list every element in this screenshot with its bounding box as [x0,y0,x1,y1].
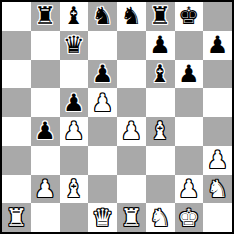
piece-white-pawn: ♟ [63,119,85,143]
piece-black-pawn: ♟ [92,62,114,86]
square-f5[interactable] [146,88,175,117]
square-f1[interactable]: ♞ [146,203,175,232]
piece-black-pawn: ♟ [63,91,85,115]
square-b3[interactable] [31,146,60,175]
square-c1[interactable] [60,203,89,232]
square-c6[interactable] [60,60,89,89]
square-a5[interactable] [2,88,31,117]
square-c4[interactable]: ♟ [60,117,89,146]
square-h6[interactable] [203,60,232,89]
square-e1[interactable]: ♜ [117,203,146,232]
square-d3[interactable] [88,146,117,175]
piece-black-knight: ♞ [121,4,143,28]
piece-white-queen: ♛ [92,206,114,230]
square-h1[interactable] [203,203,232,232]
square-a1[interactable]: ♜ [2,203,31,232]
square-b2[interactable]: ♟ [31,175,60,204]
piece-white-pawn: ♟ [121,119,143,143]
square-g2[interactable]: ♟ [175,175,204,204]
square-f6[interactable]: ♝ [146,60,175,89]
chess-diagram: ♜♝♞♞♜♚♛♟♟♟♝♟♟♟♟♟♟♝♟♟♝♟♞♜♛♜♞♚ [0,0,234,234]
piece-black-pawn: ♟ [34,119,56,143]
square-g4[interactable] [175,117,204,146]
square-b6[interactable] [31,60,60,89]
square-h2[interactable]: ♞ [203,175,232,204]
square-e2[interactable] [117,175,146,204]
square-g1[interactable]: ♚ [175,203,204,232]
square-b7[interactable] [31,31,60,60]
piece-black-pawn: ♟ [149,33,171,57]
piece-white-pawn: ♟ [34,177,56,201]
square-e6[interactable] [117,60,146,89]
piece-black-rook: ♜ [34,4,56,28]
square-h3[interactable]: ♟ [203,146,232,175]
square-d5[interactable]: ♟ [88,88,117,117]
square-h7[interactable]: ♟ [203,31,232,60]
piece-white-king: ♚ [178,206,200,230]
square-d6[interactable]: ♟ [88,60,117,89]
square-h4[interactable] [203,117,232,146]
square-f4[interactable]: ♝ [146,117,175,146]
square-a2[interactable] [2,175,31,204]
piece-black-pawn: ♟ [207,33,229,57]
square-b8[interactable]: ♜ [31,2,60,31]
square-a4[interactable] [2,117,31,146]
piece-white-knight: ♞ [207,177,229,201]
piece-black-queen: ♛ [63,33,85,57]
square-h8[interactable] [203,2,232,31]
square-d1[interactable]: ♛ [88,203,117,232]
square-b1[interactable] [31,203,60,232]
piece-white-pawn: ♟ [178,177,200,201]
piece-black-rook: ♜ [149,4,171,28]
square-b4[interactable]: ♟ [31,117,60,146]
square-e7[interactable] [117,31,146,60]
piece-white-bishop: ♝ [149,119,171,143]
square-g8[interactable]: ♚ [175,2,204,31]
square-e8[interactable]: ♞ [117,2,146,31]
square-d2[interactable] [88,175,117,204]
square-e3[interactable] [117,146,146,175]
piece-black-king: ♚ [178,4,200,28]
square-c7[interactable]: ♛ [60,31,89,60]
square-a7[interactable] [2,31,31,60]
piece-white-rook: ♜ [6,206,28,230]
square-d8[interactable]: ♞ [88,2,117,31]
square-c3[interactable] [60,146,89,175]
square-f2[interactable] [146,175,175,204]
piece-white-pawn: ♟ [207,148,229,172]
square-e4[interactable]: ♟ [117,117,146,146]
square-c2[interactable]: ♝ [60,175,89,204]
square-g5[interactable] [175,88,204,117]
piece-black-bishop: ♝ [149,62,171,86]
square-g7[interactable] [175,31,204,60]
square-a6[interactable] [2,60,31,89]
chessboard: ♜♝♞♞♜♚♛♟♟♟♝♟♟♟♟♟♟♝♟♟♝♟♞♜♛♜♞♚ [0,0,234,234]
square-g3[interactable] [175,146,204,175]
square-f8[interactable]: ♜ [146,2,175,31]
square-c5[interactable]: ♟ [60,88,89,117]
piece-black-bishop: ♝ [63,4,85,28]
piece-black-knight: ♞ [92,4,114,28]
square-c8[interactable]: ♝ [60,2,89,31]
piece-white-rook: ♜ [121,206,143,230]
square-f3[interactable] [146,146,175,175]
piece-white-pawn: ♟ [92,91,114,115]
square-a8[interactable] [2,2,31,31]
piece-black-pawn: ♟ [178,62,200,86]
square-d4[interactable] [88,117,117,146]
square-h5[interactable] [203,88,232,117]
square-e5[interactable] [117,88,146,117]
square-g6[interactable]: ♟ [175,60,204,89]
square-b5[interactable] [31,88,60,117]
square-f7[interactable]: ♟ [146,31,175,60]
square-d7[interactable] [88,31,117,60]
square-a3[interactable] [2,146,31,175]
piece-white-knight: ♞ [149,206,171,230]
piece-white-bishop: ♝ [63,177,85,201]
